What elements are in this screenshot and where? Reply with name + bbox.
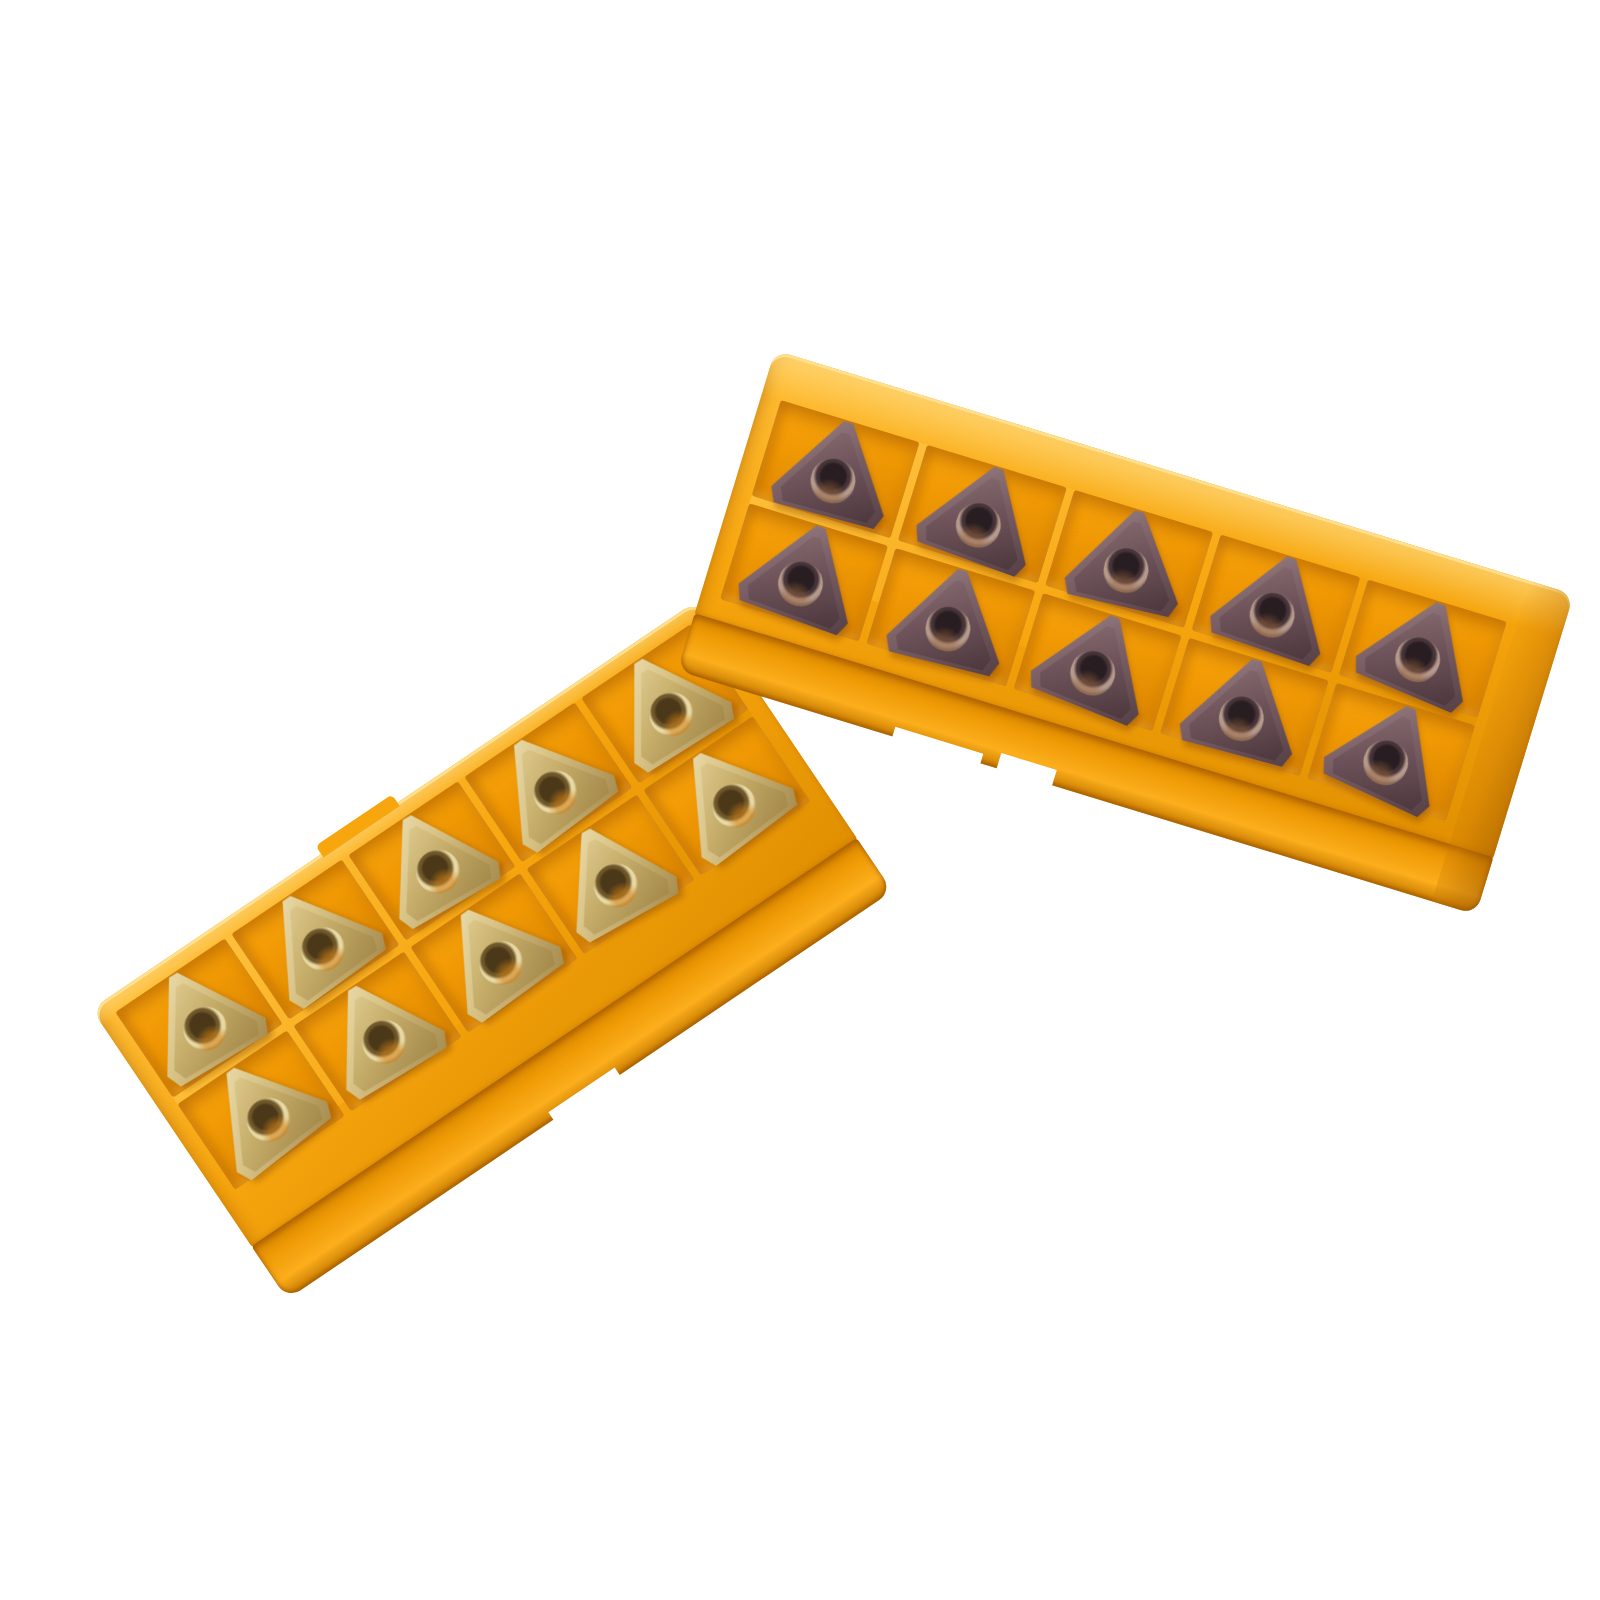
- product-photo-stage: [0, 0, 1600, 1600]
- left-insert-box: [92, 601, 893, 1299]
- left-box-tray: [115, 624, 803, 1180]
- right-box-wall-notch-2: [996, 753, 1057, 788]
- right-box-wall-notch-1: [892, 727, 984, 766]
- left-box-wall-notch: [549, 1067, 622, 1122]
